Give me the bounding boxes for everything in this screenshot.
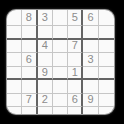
sudoku-cell (99, 67, 114, 81)
sudoku-cell (83, 26, 98, 40)
sudoku-cell: 3 (38, 10, 53, 26)
sudoku-cell: 3 (83, 53, 98, 67)
sudoku-cell: 7 (22, 94, 37, 108)
sudoku-cell (53, 94, 68, 108)
sudoku-cell (22, 26, 37, 40)
sudoku-cell (99, 40, 114, 54)
sudoku-cell (99, 26, 114, 40)
sudoku-cell (7, 94, 22, 108)
sudoku-cell (53, 10, 68, 26)
sudoku-board: 83564763917269 (7, 10, 114, 114)
sudoku-cell (7, 26, 22, 40)
sudoku-cell (22, 80, 37, 94)
sudoku-cell (38, 80, 53, 94)
sudoku-cell: 7 (68, 40, 83, 54)
sudoku-cell (68, 26, 83, 40)
sudoku-cell: 9 (83, 94, 98, 108)
sudoku-cell: 2 (38, 94, 53, 108)
screen: 83564763917269 (0, 0, 124, 124)
sudoku-cell (53, 80, 68, 94)
sudoku-cell (99, 80, 114, 94)
sudoku-cell: 6 (68, 94, 83, 108)
sudoku-cell (22, 67, 37, 81)
sudoku-cell (22, 40, 37, 54)
sudoku-cell (83, 80, 98, 94)
sudoku-cell: 1 (68, 67, 83, 81)
sudoku-cell (53, 40, 68, 54)
sudoku-cell (99, 10, 114, 26)
sudoku-cell (53, 67, 68, 81)
sudoku-cell: 9 (38, 67, 53, 81)
sudoku-cell: 8 (22, 10, 37, 26)
sudoku-cell (7, 10, 22, 26)
sudoku-cell (99, 107, 114, 114)
sudoku-cell (7, 40, 22, 54)
sudoku-cell (53, 26, 68, 40)
sudoku-cell: 4 (38, 40, 53, 54)
sudoku-cell (68, 107, 83, 114)
sudoku-cell (7, 67, 22, 81)
sudoku-cell: 5 (68, 10, 83, 26)
sudoku-cell (22, 107, 37, 114)
sudoku-cell (83, 40, 98, 54)
sudoku-cell (99, 53, 114, 67)
sudoku-cell (99, 94, 114, 108)
sudoku-cell (53, 107, 68, 114)
sudoku-cell (68, 80, 83, 94)
sudoku-cell: 6 (83, 10, 98, 26)
sudoku-app-icon[interactable]: 83564763917269 (7, 10, 114, 114)
sudoku-cell (38, 53, 53, 67)
sudoku-cell: 6 (22, 53, 37, 67)
sudoku-cell (68, 53, 83, 67)
sudoku-cell (38, 26, 53, 40)
sudoku-cell (7, 107, 22, 114)
sudoku-cell (38, 107, 53, 114)
sudoku-cell (7, 53, 22, 67)
sudoku-cell (83, 107, 98, 114)
sudoku-cell (7, 80, 22, 94)
sudoku-cell (83, 67, 98, 81)
sudoku-cell (53, 53, 68, 67)
